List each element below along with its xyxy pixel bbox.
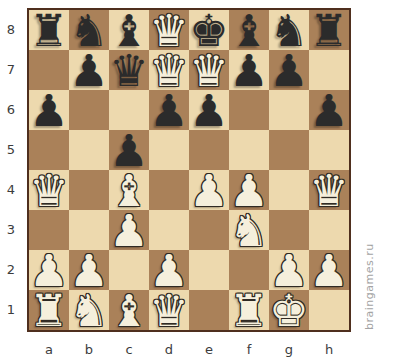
white-pawn-h2[interactable]: ♟ <box>309 250 349 290</box>
square-h7[interactable] <box>309 50 349 90</box>
square-c6[interactable] <box>109 90 149 130</box>
square-d6[interactable]: ♟ <box>149 90 189 130</box>
black-pawn-g7[interactable]: ♟ <box>269 50 309 90</box>
square-b7[interactable]: ♟ <box>69 50 109 90</box>
square-a2[interactable]: ♟ <box>29 250 69 290</box>
file-label-h: h <box>309 338 349 360</box>
square-d8[interactable]: ♛ <box>149 10 189 50</box>
rank-label-4: 4 <box>0 170 22 210</box>
white-queen-a4[interactable]: ♛ <box>29 170 69 210</box>
square-f3[interactable]: ♞ <box>229 210 269 250</box>
square-e5[interactable] <box>189 130 229 170</box>
square-a1[interactable]: ♜ <box>29 290 69 330</box>
square-h5[interactable] <box>309 130 349 170</box>
white-queen-d8[interactable]: ♛ <box>149 10 189 50</box>
square-d5[interactable] <box>149 130 189 170</box>
black-knight-b8[interactable]: ♞ <box>69 10 109 50</box>
square-e3[interactable] <box>189 210 229 250</box>
square-a4[interactable]: ♛ <box>29 170 69 210</box>
rank-label-6: 6 <box>0 90 22 130</box>
file-label-b: b <box>69 338 109 360</box>
black-bishop-c8[interactable]: ♝ <box>109 10 149 50</box>
file-label-a: a <box>29 338 69 360</box>
square-c2[interactable] <box>109 250 149 290</box>
square-b3[interactable] <box>69 210 109 250</box>
white-pawn-b2[interactable]: ♟ <box>69 250 109 290</box>
black-knight-g8[interactable]: ♞ <box>269 10 309 50</box>
black-king-e8[interactable]: ♚ <box>189 10 229 50</box>
square-f7[interactable]: ♟ <box>229 50 269 90</box>
square-c1[interactable]: ♝ <box>109 290 149 330</box>
square-g8[interactable]: ♞ <box>269 10 309 50</box>
file-label-d: d <box>149 338 189 360</box>
rank-label-3: 3 <box>0 210 22 250</box>
square-e6[interactable]: ♟ <box>189 90 229 130</box>
black-pawn-b7[interactable]: ♟ <box>69 50 109 90</box>
rank-label-8: 8 <box>0 10 22 50</box>
square-h2[interactable]: ♟ <box>309 250 349 290</box>
square-d4[interactable] <box>149 170 189 210</box>
white-pawn-f4[interactable]: ♟ <box>229 170 269 210</box>
rank-labels: 87654321 <box>0 10 22 330</box>
square-f6[interactable] <box>229 90 269 130</box>
white-pawn-e4[interactable]: ♟ <box>189 170 229 210</box>
chess-diagram: 87654321 ♜♞♝♛♚♝♞♜♟♛♛♛♟♟♟♟♟♟♟♛♝♟♟♛♟♞♟♟♟♟♟… <box>0 0 394 364</box>
square-c8[interactable]: ♝ <box>109 10 149 50</box>
black-bishop-f8[interactable]: ♝ <box>229 10 269 50</box>
file-label-e: e <box>189 338 229 360</box>
square-d3[interactable] <box>149 210 189 250</box>
rank-label-5: 5 <box>0 130 22 170</box>
square-b1[interactable]: ♞ <box>69 290 109 330</box>
square-e1[interactable] <box>189 290 229 330</box>
black-pawn-f7[interactable]: ♟ <box>229 50 269 90</box>
square-h6[interactable]: ♟ <box>309 90 349 130</box>
square-h1[interactable] <box>309 290 349 330</box>
rank-label-7: 7 <box>0 50 22 90</box>
watermark-braingames: braingames.ru <box>363 252 377 330</box>
file-labels: abcdefgh <box>29 338 349 360</box>
square-g1[interactable]: ♚ <box>269 290 309 330</box>
square-e7[interactable]: ♛ <box>189 50 229 90</box>
black-pawn-c5[interactable]: ♟ <box>109 130 149 170</box>
white-queen-d7[interactable]: ♛ <box>149 50 189 90</box>
square-a5[interactable] <box>29 130 69 170</box>
black-pawn-h6[interactable]: ♟ <box>309 90 349 130</box>
black-pawn-d6[interactable]: ♟ <box>149 90 189 130</box>
square-g6[interactable] <box>269 90 309 130</box>
rank-label-2: 2 <box>0 250 22 290</box>
square-e4[interactable]: ♟ <box>189 170 229 210</box>
white-bishop-c1[interactable]: ♝ <box>109 290 149 330</box>
square-b8[interactable]: ♞ <box>69 10 109 50</box>
square-h3[interactable] <box>309 210 349 250</box>
square-b4[interactable] <box>69 170 109 210</box>
white-king-g1[interactable]: ♚ <box>269 290 309 330</box>
file-label-c: c <box>109 338 149 360</box>
white-queen-h4[interactable]: ♛ <box>309 170 349 210</box>
square-f4[interactable]: ♟ <box>229 170 269 210</box>
file-label-f: f <box>229 338 269 360</box>
square-e2[interactable] <box>189 250 229 290</box>
white-pawn-d2[interactable]: ♟ <box>149 250 189 290</box>
square-a8[interactable]: ♜ <box>29 10 69 50</box>
white-pawn-c3[interactable]: ♟ <box>109 210 149 250</box>
white-rook-f1[interactable]: ♜ <box>229 290 269 330</box>
white-queen-e7[interactable]: ♛ <box>189 50 229 90</box>
square-c3[interactable]: ♟ <box>109 210 149 250</box>
square-a6[interactable]: ♟ <box>29 90 69 130</box>
square-c7[interactable]: ♛ <box>109 50 149 90</box>
black-pawn-e6[interactable]: ♟ <box>189 90 229 130</box>
square-f8[interactable]: ♝ <box>229 10 269 50</box>
square-g2[interactable]: ♟ <box>269 250 309 290</box>
square-h8[interactable]: ♜ <box>309 10 349 50</box>
rank-label-1: 1 <box>0 290 22 330</box>
white-rook-a1[interactable]: ♜ <box>29 290 69 330</box>
black-queen-c7[interactable]: ♛ <box>109 50 149 90</box>
white-knight-b1[interactable]: ♞ <box>69 290 109 330</box>
black-rook-h8[interactable]: ♜ <box>309 10 349 50</box>
square-d7[interactable]: ♛ <box>149 50 189 90</box>
square-b2[interactable]: ♟ <box>69 250 109 290</box>
white-pawn-g2[interactable]: ♟ <box>269 250 309 290</box>
file-label-g: g <box>269 338 309 360</box>
square-g7[interactable]: ♟ <box>269 50 309 90</box>
square-a3[interactable] <box>29 210 69 250</box>
white-pawn-a2[interactable]: ♟ <box>29 250 69 290</box>
square-f2[interactable] <box>229 250 269 290</box>
white-queen-d1[interactable]: ♛ <box>149 290 189 330</box>
square-e8[interactable]: ♚ <box>189 10 229 50</box>
chess-board: ♜♞♝♛♚♝♞♜♟♛♛♛♟♟♟♟♟♟♟♛♝♟♟♛♟♞♟♟♟♟♟♜♞♝♛♜♚ <box>27 8 351 332</box>
square-c4[interactable]: ♝ <box>109 170 149 210</box>
black-rook-a8[interactable]: ♜ <box>29 10 69 50</box>
square-f1[interactable]: ♜ <box>229 290 269 330</box>
square-g4[interactable] <box>269 170 309 210</box>
black-pawn-a6[interactable]: ♟ <box>29 90 69 130</box>
white-bishop-c4[interactable]: ♝ <box>109 170 149 210</box>
square-g5[interactable] <box>269 130 309 170</box>
square-b6[interactable] <box>69 90 109 130</box>
square-d1[interactable]: ♛ <box>149 290 189 330</box>
square-a7[interactable] <box>29 50 69 90</box>
square-c5[interactable]: ♟ <box>109 130 149 170</box>
square-b5[interactable] <box>69 130 109 170</box>
square-f5[interactable] <box>229 130 269 170</box>
square-g3[interactable] <box>269 210 309 250</box>
white-knight-f3[interactable]: ♞ <box>229 210 269 250</box>
square-h4[interactable]: ♛ <box>309 170 349 210</box>
square-d2[interactable]: ♟ <box>149 250 189 290</box>
